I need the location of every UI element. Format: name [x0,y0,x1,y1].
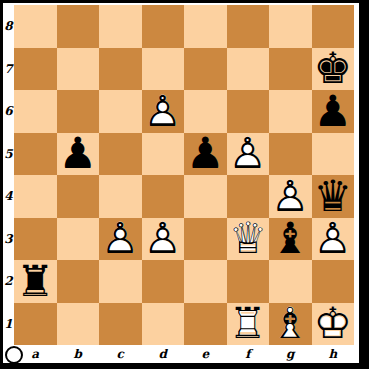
square-f5[interactable]: ♟♙ [227,133,270,176]
square-h4[interactable]: ♛ [312,175,355,218]
diagram-inner: 87654321 ♚♟♙♟♟♟♟♙♟♙♛♟♙♟♙♛♕♝♟♙♜♜♖♝♗♚♔ abc… [3,3,359,363]
square-b7[interactable] [57,48,100,91]
square-c6[interactable] [99,90,142,133]
square-g8[interactable] [269,5,312,48]
file-label-b: b [57,345,100,363]
file-label-c: c [99,345,142,363]
piece-bP[interactable]: ♟ [184,133,227,176]
square-d5[interactable] [142,133,185,176]
piece-wK-outline: ♔ [312,303,355,346]
chess-board: ♚♟♙♟♟♟♟♙♟♙♛♟♙♟♙♛♕♝♟♙♜♜♖♝♗♚♔ [14,5,354,345]
square-g2[interactable] [269,260,312,303]
square-h7[interactable]: ♚ [312,48,355,91]
square-d8[interactable] [142,5,185,48]
square-h1[interactable]: ♚♔ [312,303,355,346]
piece-wP-outline: ♙ [227,133,270,176]
file-labels: abcdefgh [14,345,354,363]
rank-label-8: 8 [3,5,14,48]
square-f1[interactable]: ♜♖ [227,303,270,346]
square-g3[interactable]: ♝ [269,218,312,261]
square-e1[interactable] [184,303,227,346]
piece-bB[interactable]: ♝ [269,218,312,261]
rank-label-6: 6 [3,90,14,133]
rank-label-2: 2 [3,260,14,303]
square-d7[interactable] [142,48,185,91]
square-d1[interactable] [142,303,185,346]
square-g1[interactable]: ♝♗ [269,303,312,346]
square-a6[interactable] [14,90,57,133]
rank-label-7: 7 [3,48,14,91]
file-label-g: g [269,345,312,363]
square-f6[interactable] [227,90,270,133]
square-a8[interactable] [14,5,57,48]
piece-bP[interactable]: ♟ [312,90,355,133]
square-c7[interactable] [99,48,142,91]
square-f3[interactable]: ♛♕ [227,218,270,261]
piece-wP-outline: ♙ [312,218,355,261]
white-to-move-indicator [5,346,23,364]
square-b1[interactable] [57,303,100,346]
square-h6[interactable]: ♟ [312,90,355,133]
square-c1[interactable] [99,303,142,346]
piece-bR[interactable]: ♜ [14,260,57,303]
square-g7[interactable] [269,48,312,91]
piece-wP-outline: ♙ [142,218,185,261]
piece-bQ[interactable]: ♛ [312,175,355,218]
square-h3[interactable]: ♟♙ [312,218,355,261]
piece-wP-outline: ♙ [142,90,185,133]
square-a3[interactable] [14,218,57,261]
square-f4[interactable] [227,175,270,218]
square-b5[interactable]: ♟ [57,133,100,176]
square-h8[interactable] [312,5,355,48]
diagram-frame: 87654321 ♚♟♙♟♟♟♟♙♟♙♛♟♙♟♙♛♕♝♟♙♜♜♖♝♗♚♔ abc… [0,0,369,369]
square-h2[interactable] [312,260,355,303]
rank-label-5: 5 [3,133,14,176]
piece-wQ-outline: ♕ [227,218,270,261]
square-g6[interactable] [269,90,312,133]
piece-wB-outline: ♗ [269,303,312,346]
square-e3[interactable] [184,218,227,261]
square-c2[interactable] [99,260,142,303]
square-e2[interactable] [184,260,227,303]
piece-wP-outline: ♙ [99,218,142,261]
file-label-d: d [142,345,185,363]
file-label-e: e [184,345,227,363]
square-b8[interactable] [57,5,100,48]
square-f2[interactable] [227,260,270,303]
square-e6[interactable] [184,90,227,133]
square-b2[interactable] [57,260,100,303]
square-a4[interactable] [14,175,57,218]
piece-bK[interactable]: ♚ [312,48,355,91]
rank-labels: 87654321 [3,5,14,345]
square-e4[interactable] [184,175,227,218]
square-c3[interactable]: ♟♙ [99,218,142,261]
file-label-h: h [312,345,355,363]
square-d4[interactable] [142,175,185,218]
square-d3[interactable]: ♟♙ [142,218,185,261]
square-a7[interactable] [14,48,57,91]
square-f7[interactable] [227,48,270,91]
square-c5[interactable] [99,133,142,176]
square-h5[interactable] [312,133,355,176]
square-b6[interactable] [57,90,100,133]
square-f8[interactable] [227,5,270,48]
square-b3[interactable] [57,218,100,261]
file-label-f: f [227,345,270,363]
square-d2[interactable] [142,260,185,303]
piece-wR-outline: ♖ [227,303,270,346]
square-c4[interactable] [99,175,142,218]
piece-wP-outline: ♙ [269,175,312,218]
square-a2[interactable]: ♜ [14,260,57,303]
square-b4[interactable] [57,175,100,218]
square-g4[interactable]: ♟♙ [269,175,312,218]
square-e7[interactable] [184,48,227,91]
square-c8[interactable] [99,5,142,48]
piece-bP[interactable]: ♟ [57,133,100,176]
square-e5[interactable]: ♟ [184,133,227,176]
square-d6[interactable]: ♟♙ [142,90,185,133]
square-g5[interactable] [269,133,312,176]
square-a1[interactable] [14,303,57,346]
square-a5[interactable] [14,133,57,176]
rank-label-3: 3 [3,218,14,261]
rank-label-1: 1 [3,303,14,346]
rank-label-4: 4 [3,175,14,218]
square-e8[interactable] [184,5,227,48]
